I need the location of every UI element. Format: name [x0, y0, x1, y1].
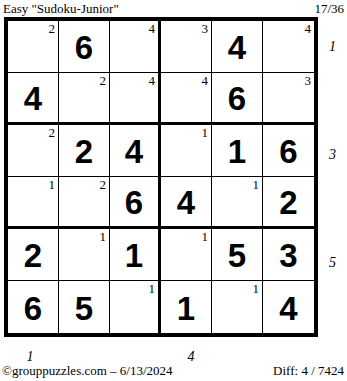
cell-r1c3[interactable]: 4	[110, 21, 161, 73]
cell-r1c1[interactable]: 2	[8, 21, 59, 73]
cell-r6c3[interactable]: 1	[110, 281, 161, 333]
cell-r1c6[interactable]: 4	[263, 21, 314, 73]
cell-r6c6[interactable]: 4	[263, 281, 314, 333]
pencil-mark: 2	[49, 126, 56, 139]
col-label-4: 4	[181, 349, 201, 365]
pencil-mark: 3	[202, 22, 209, 35]
pencil-mark: 2	[100, 74, 107, 87]
cell-value: 1	[177, 290, 195, 325]
row-label-1: 1	[329, 38, 345, 56]
cell-r6c1[interactable]: 6	[8, 281, 59, 333]
row-label-5: 5	[329, 254, 345, 272]
cell-r3c1[interactable]: 2	[8, 125, 59, 177]
cell-r5c1[interactable]: 2	[8, 229, 59, 281]
puzzle-sheet: Easy "Sudoku-Junior" 17/36 2643444244632…	[0, 0, 347, 381]
cell-r5c4[interactable]: 1	[161, 229, 212, 281]
cell-r4c6[interactable]: 2	[263, 177, 314, 229]
cell-r5c5[interactable]: 5	[212, 229, 263, 281]
cell-r4c2[interactable]: 2	[59, 177, 110, 229]
cell-r4c1[interactable]: 1	[8, 177, 59, 229]
cell-value: 3	[279, 237, 297, 272]
cell-value: 4	[24, 80, 42, 115]
pencil-mark: 1	[202, 126, 209, 139]
cell-r5c3[interactable]: 1	[110, 229, 161, 281]
cell-r5c6[interactable]: 3	[263, 229, 314, 281]
pencil-mark: 2	[49, 22, 56, 35]
cell-r6c4[interactable]: 1	[161, 281, 212, 333]
copyright-date: ©grouppuzzles.com – 6/13/2024	[2, 363, 173, 379]
cell-r6c5[interactable]: 1	[212, 281, 263, 333]
pencil-mark: 4	[202, 74, 209, 87]
pencil-mark: 3	[305, 74, 312, 87]
cell-value: 6	[279, 133, 297, 168]
cell-r4c3[interactable]: 6	[110, 177, 161, 229]
cell-value: 4	[279, 290, 297, 325]
cell-value: 4	[228, 29, 246, 64]
cell-value: 5	[75, 290, 93, 325]
cell-value: 1	[228, 133, 246, 168]
cell-r2c5[interactable]: 6	[212, 73, 263, 125]
cell-value: 1	[125, 237, 143, 272]
cell-r2c1[interactable]: 4	[8, 73, 59, 125]
pencil-mark: 2	[100, 178, 107, 191]
cell-value: 4	[125, 133, 143, 168]
cell-r1c4[interactable]: 3	[161, 21, 212, 73]
cell-r1c5[interactable]: 4	[212, 21, 263, 73]
cell-r3c5[interactable]: 1	[212, 125, 263, 177]
cell-value: 2	[24, 237, 42, 272]
cell-r3c6[interactable]: 6	[263, 125, 314, 177]
cell-value: 6	[24, 290, 42, 325]
pencil-mark: 4	[149, 22, 156, 35]
cell-value: 6	[125, 184, 143, 219]
pencil-mark: 1	[149, 282, 156, 295]
cell-r5c2[interactable]: 1	[59, 229, 110, 281]
pencil-mark: 4	[149, 74, 156, 87]
difficulty-id: Diff: 4 / 7424	[273, 363, 344, 379]
pencil-mark: 1	[253, 282, 260, 295]
pencil-mark: 1	[202, 230, 209, 243]
cell-value: 2	[75, 133, 93, 168]
row-label-3: 3	[329, 146, 345, 164]
cell-r2c4[interactable]: 4	[161, 73, 212, 125]
sudoku-board: 264344424463224116126412211153651114	[4, 17, 318, 337]
pencil-mark: 4	[305, 22, 312, 35]
cell-value: 4	[177, 184, 195, 219]
pencil-mark: 1	[253, 178, 260, 191]
cell-value: 6	[75, 29, 93, 64]
cell-r1c2[interactable]: 6	[59, 21, 110, 73]
pencil-mark: 1	[100, 230, 107, 243]
cell-value: 5	[228, 237, 246, 272]
cell-r4c4[interactable]: 4	[161, 177, 212, 229]
cell-r4c5[interactable]: 1	[212, 177, 263, 229]
clue-counter: 17/36	[314, 1, 344, 17]
cell-r2c6[interactable]: 3	[263, 73, 314, 125]
pencil-mark: 1	[49, 178, 56, 191]
cell-r6c2[interactable]: 5	[59, 281, 110, 333]
cell-value: 2	[279, 184, 297, 219]
cell-r2c3[interactable]: 4	[110, 73, 161, 125]
cell-value: 6	[228, 80, 246, 115]
cell-r3c2[interactable]: 2	[59, 125, 110, 177]
cell-r2c2[interactable]: 2	[59, 73, 110, 125]
cell-r3c3[interactable]: 4	[110, 125, 161, 177]
cell-r3c4[interactable]: 1	[161, 125, 212, 177]
puzzle-title: Easy "Sudoku-Junior"	[3, 1, 119, 17]
